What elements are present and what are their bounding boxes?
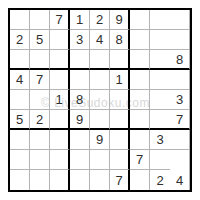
cell-r2c9[interactable] bbox=[170, 30, 190, 50]
cell-r2c2: 5 bbox=[30, 30, 50, 50]
cell-r9c4[interactable] bbox=[70, 170, 90, 190]
cell-r9c5[interactable] bbox=[90, 170, 110, 190]
cell-r4c5[interactable] bbox=[90, 70, 110, 90]
cell-r4c4[interactable] bbox=[70, 70, 90, 90]
cell-r4c7[interactable] bbox=[130, 70, 150, 90]
cell-r2c6: 8 bbox=[110, 30, 130, 50]
cell-r5c5[interactable] bbox=[90, 90, 110, 110]
cell-r7c9[interactable] bbox=[170, 130, 190, 150]
cell-r1c9[interactable] bbox=[170, 10, 190, 30]
cell-r9c2[interactable] bbox=[30, 170, 50, 190]
cell-r7c7[interactable] bbox=[130, 130, 150, 150]
cell-r8c7: 7 bbox=[130, 150, 150, 170]
cell-r8c9[interactable] bbox=[170, 150, 190, 170]
cell-r6c8[interactable] bbox=[150, 110, 170, 130]
cell-r8c8[interactable] bbox=[150, 150, 170, 170]
cell-r8c1[interactable] bbox=[10, 150, 30, 170]
cell-r3c9: 8 bbox=[170, 50, 190, 70]
cell-r2c4: 3 bbox=[70, 30, 90, 50]
cell-r2c1: 2 bbox=[10, 30, 30, 50]
cell-r1c4: 1 bbox=[70, 10, 90, 30]
cell-r8c6[interactable] bbox=[110, 150, 130, 170]
cell-r9c8: 2 bbox=[150, 170, 170, 190]
cell-r1c1[interactable] bbox=[10, 10, 30, 30]
cell-r7c3[interactable] bbox=[50, 130, 70, 150]
cell-r5c8[interactable] bbox=[150, 90, 170, 110]
cell-r2c8[interactable] bbox=[150, 30, 170, 50]
cell-r7c1[interactable] bbox=[10, 130, 30, 150]
cell-r2c3[interactable] bbox=[50, 30, 70, 50]
cell-r8c5[interactable] bbox=[90, 150, 110, 170]
cell-r4c6: 1 bbox=[110, 70, 130, 90]
cell-r4c3[interactable] bbox=[50, 70, 70, 90]
cell-r6c2: 2 bbox=[30, 110, 50, 130]
cell-r3c1[interactable] bbox=[10, 50, 30, 70]
cell-r1c2[interactable] bbox=[30, 10, 50, 30]
cell-r1c8[interactable] bbox=[150, 10, 170, 30]
cell-r6c4: 9 bbox=[70, 110, 90, 130]
cell-r3c7[interactable] bbox=[130, 50, 150, 70]
cell-r8c2[interactable] bbox=[30, 150, 50, 170]
cell-r8c4[interactable] bbox=[70, 150, 90, 170]
cell-r1c7[interactable] bbox=[130, 10, 150, 30]
cell-r4c2: 7 bbox=[30, 70, 50, 90]
cell-r6c7[interactable] bbox=[130, 110, 150, 130]
cell-r5c7[interactable] bbox=[130, 90, 150, 110]
cell-r9c3[interactable] bbox=[50, 170, 70, 190]
cell-r6c6[interactable] bbox=[110, 110, 130, 130]
cell-r6c3[interactable] bbox=[50, 110, 70, 130]
cell-r5c2[interactable] bbox=[30, 90, 50, 110]
cell-r1c3: 7 bbox=[50, 10, 70, 30]
cell-r7c4[interactable] bbox=[70, 130, 90, 150]
cell-r9c1[interactable] bbox=[10, 170, 30, 190]
cell-r7c5: 9 bbox=[90, 130, 110, 150]
cell-r4c9[interactable] bbox=[170, 70, 190, 90]
cell-r6c1: 5 bbox=[10, 110, 30, 130]
cell-r5c9: 3 bbox=[170, 90, 190, 110]
sudoku-board: © LiveSudoku.com 71292534884711835297937… bbox=[8, 8, 192, 192]
cell-r2c5: 4 bbox=[90, 30, 110, 50]
cell-r3c8[interactable] bbox=[150, 50, 170, 70]
cell-r1c6: 9 bbox=[110, 10, 130, 30]
cell-r9c6: 7 bbox=[110, 170, 130, 190]
cell-r4c8[interactable] bbox=[150, 70, 170, 90]
cell-r5c6[interactable] bbox=[110, 90, 130, 110]
cell-r7c2[interactable] bbox=[30, 130, 50, 150]
cell-r7c6[interactable] bbox=[110, 130, 130, 150]
cell-r5c3: 1 bbox=[50, 90, 70, 110]
cell-r5c4: 8 bbox=[70, 90, 90, 110]
cell-r3c6[interactable] bbox=[110, 50, 130, 70]
cell-r3c2[interactable] bbox=[30, 50, 50, 70]
cell-r5c1[interactable] bbox=[10, 90, 30, 110]
cell-r6c9: 7 bbox=[170, 110, 190, 130]
cell-r9c9: 4 bbox=[170, 170, 190, 190]
cell-r6c5[interactable] bbox=[90, 110, 110, 130]
cell-r1c5: 2 bbox=[90, 10, 110, 30]
cell-r8c3[interactable] bbox=[50, 150, 70, 170]
cell-r3c5[interactable] bbox=[90, 50, 110, 70]
cell-r7c8: 3 bbox=[150, 130, 170, 150]
cell-r3c3[interactable] bbox=[50, 50, 70, 70]
cell-r2c7[interactable] bbox=[130, 30, 150, 50]
cell-r3c4[interactable] bbox=[70, 50, 90, 70]
cell-r9c7[interactable] bbox=[130, 170, 150, 190]
cell-r4c1: 4 bbox=[10, 70, 30, 90]
